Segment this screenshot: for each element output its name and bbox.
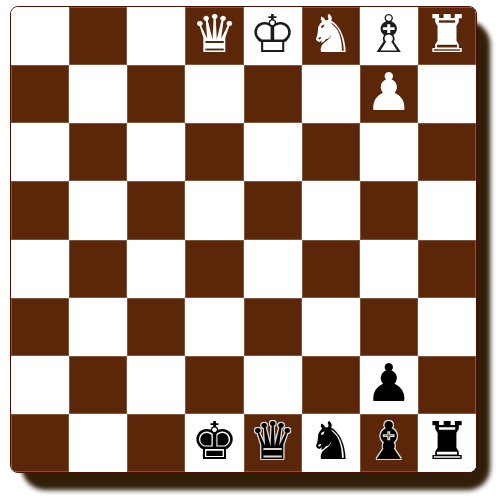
square-b1[interactable] <box>69 414 127 472</box>
square-d7[interactable] <box>185 65 243 123</box>
square-f4[interactable] <box>302 240 360 298</box>
square-g8[interactable]: ♗ <box>360 7 418 65</box>
piece-white-rook[interactable]: ♜ <box>424 8 471 60</box>
square-f3[interactable] <box>302 298 360 356</box>
square-b3[interactable] <box>69 298 127 356</box>
square-g7[interactable]: ♟ <box>360 65 418 123</box>
square-d8[interactable]: ♛ <box>185 7 243 65</box>
piece-black-king[interactable]: ♚ <box>191 415 238 467</box>
square-b5[interactable] <box>69 181 127 239</box>
square-b6[interactable] <box>69 123 127 181</box>
square-f1[interactable]: ♞ <box>302 414 360 472</box>
square-a5[interactable] <box>11 181 69 239</box>
square-f2[interactable] <box>302 356 360 414</box>
square-a4[interactable] <box>11 240 69 298</box>
square-f5[interactable] <box>302 181 360 239</box>
square-f6[interactable] <box>302 123 360 181</box>
square-a1[interactable] <box>11 414 69 472</box>
square-h5[interactable] <box>418 181 476 239</box>
square-f8[interactable]: ♞ <box>302 7 360 65</box>
square-b7[interactable] <box>69 65 127 123</box>
square-d3[interactable] <box>185 298 243 356</box>
square-e5[interactable] <box>244 181 302 239</box>
chess-scene: ♛♔♞♗♜♟♟♚♛♞♝♜ <box>0 0 500 499</box>
piece-white-knight[interactable]: ♞ <box>307 8 354 60</box>
square-g3[interactable] <box>360 298 418 356</box>
square-d5[interactable] <box>185 181 243 239</box>
square-h1[interactable]: ♜ <box>418 414 476 472</box>
square-a7[interactable] <box>11 65 69 123</box>
square-f7[interactable] <box>302 65 360 123</box>
square-b2[interactable] <box>69 356 127 414</box>
chess-board: ♛♔♞♗♜♟♟♚♛♞♝♜ <box>10 6 477 473</box>
square-e6[interactable] <box>244 123 302 181</box>
piece-black-pawn[interactable]: ♟ <box>366 357 413 409</box>
square-e3[interactable] <box>244 298 302 356</box>
square-e7[interactable] <box>244 65 302 123</box>
square-c1[interactable] <box>127 414 185 472</box>
piece-black-queen[interactable]: ♛ <box>249 415 296 467</box>
square-g5[interactable] <box>360 181 418 239</box>
square-g1[interactable]: ♝ <box>360 414 418 472</box>
square-h8[interactable]: ♜ <box>418 7 476 65</box>
square-c3[interactable] <box>127 298 185 356</box>
piece-black-rook[interactable]: ♜ <box>424 415 471 467</box>
square-d4[interactable] <box>185 240 243 298</box>
square-h4[interactable] <box>418 240 476 298</box>
square-g6[interactable] <box>360 123 418 181</box>
piece-black-bishop[interactable]: ♝ <box>366 415 413 467</box>
square-a6[interactable] <box>11 123 69 181</box>
piece-white-queen[interactable]: ♛ <box>191 8 238 60</box>
square-c7[interactable] <box>127 65 185 123</box>
square-e1[interactable]: ♛ <box>244 414 302 472</box>
square-b4[interactable] <box>69 240 127 298</box>
square-c4[interactable] <box>127 240 185 298</box>
square-h2[interactable] <box>418 356 476 414</box>
square-c6[interactable] <box>127 123 185 181</box>
square-e8[interactable]: ♔ <box>244 7 302 65</box>
piece-white-bishop[interactable]: ♗ <box>366 8 413 60</box>
square-c5[interactable] <box>127 181 185 239</box>
square-h3[interactable] <box>418 298 476 356</box>
piece-white-pawn[interactable]: ♟ <box>366 66 413 118</box>
square-a3[interactable] <box>11 298 69 356</box>
square-e2[interactable] <box>244 356 302 414</box>
square-c2[interactable] <box>127 356 185 414</box>
square-a2[interactable] <box>11 356 69 414</box>
square-a8[interactable] <box>11 7 69 65</box>
piece-black-knight[interactable]: ♞ <box>307 415 354 467</box>
square-e4[interactable] <box>244 240 302 298</box>
square-h7[interactable] <box>418 65 476 123</box>
square-c8[interactable] <box>127 7 185 65</box>
square-d1[interactable]: ♚ <box>185 414 243 472</box>
square-g2[interactable]: ♟ <box>360 356 418 414</box>
square-g4[interactable] <box>360 240 418 298</box>
piece-white-king[interactable]: ♔ <box>249 8 296 60</box>
square-d6[interactable] <box>185 123 243 181</box>
square-d2[interactable] <box>185 356 243 414</box>
square-h6[interactable] <box>418 123 476 181</box>
square-b8[interactable] <box>69 7 127 65</box>
